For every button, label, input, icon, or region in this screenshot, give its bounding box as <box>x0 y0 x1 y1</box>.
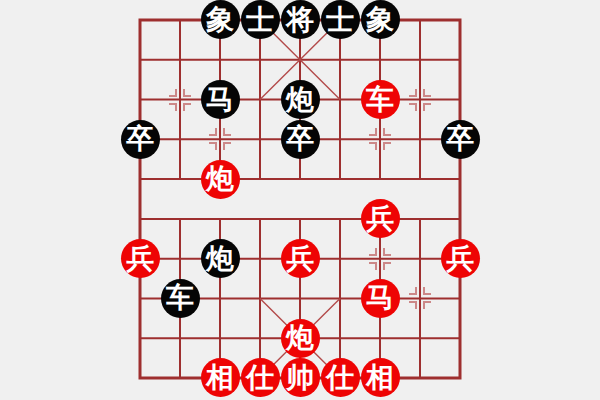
piece-red-cannon[interactable]: 炮 <box>281 319 320 358</box>
piece-red-chariot[interactable]: 车 <box>361 80 400 119</box>
piece-black-elephant[interactable]: 象 <box>361 0 400 39</box>
piece-black-elephant[interactable]: 象 <box>201 0 240 39</box>
piece-black-advisor[interactable]: 士 <box>321 0 360 39</box>
xiangqi-board[interactable]: 象士将士象马炮车卒卒卒炮兵兵炮兵兵车马炮相仕帅仕相 <box>0 0 600 400</box>
piece-black-cannon[interactable]: 炮 <box>201 239 240 278</box>
piece-red-advisor[interactable]: 仕 <box>321 358 360 397</box>
piece-black-horse[interactable]: 马 <box>201 80 240 119</box>
piece-red-soldier[interactable]: 兵 <box>121 239 160 278</box>
piece-black-soldier[interactable]: 卒 <box>281 120 320 159</box>
piece-red-elephant[interactable]: 相 <box>361 358 400 397</box>
piece-red-elephant[interactable]: 相 <box>201 358 240 397</box>
piece-black-advisor[interactable]: 士 <box>241 0 280 39</box>
piece-red-king[interactable]: 帅 <box>281 358 320 397</box>
piece-black-king[interactable]: 将 <box>281 0 320 39</box>
piece-red-soldier[interactable]: 兵 <box>441 239 480 278</box>
piece-red-soldier[interactable]: 兵 <box>281 239 320 278</box>
piece-red-soldier[interactable]: 兵 <box>361 199 400 238</box>
piece-black-soldier[interactable]: 卒 <box>441 120 480 159</box>
piece-black-cannon[interactable]: 炮 <box>281 80 320 119</box>
piece-red-horse[interactable]: 马 <box>361 279 400 318</box>
piece-grid: 象士将士象马炮车卒卒卒炮兵兵炮兵兵车马炮相仕帅仕相 <box>120 0 480 398</box>
xiangqi-diagram: 象士将士象马炮车卒卒卒炮兵兵炮兵兵车马炮相仕帅仕相 <box>0 0 600 400</box>
piece-red-advisor[interactable]: 仕 <box>241 358 280 397</box>
piece-black-chariot[interactable]: 车 <box>161 279 200 318</box>
piece-black-soldier[interactable]: 卒 <box>121 120 160 159</box>
piece-red-cannon[interactable]: 炮 <box>201 160 240 199</box>
